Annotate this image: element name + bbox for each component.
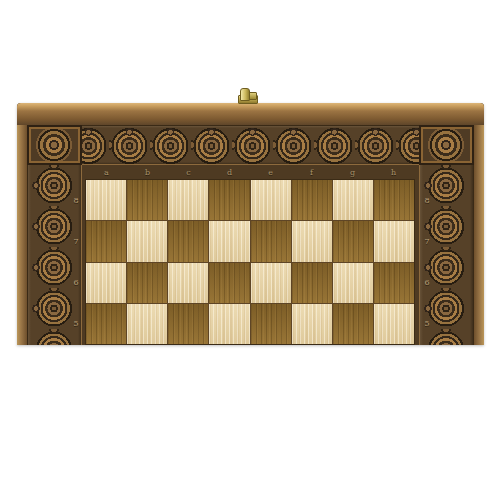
square-d5 xyxy=(209,304,249,344)
file-label-c: c xyxy=(168,165,209,180)
square-e7 xyxy=(251,221,291,261)
square-h7 xyxy=(374,221,414,261)
square-a6 xyxy=(86,263,126,303)
case-right-moulding xyxy=(474,125,484,345)
rank-coordinates-right: 8765 xyxy=(421,180,433,344)
square-f8 xyxy=(292,180,332,220)
square-g8 xyxy=(333,180,373,220)
rank-coordinates-left: 8765 xyxy=(70,180,82,344)
square-b7 xyxy=(127,221,167,261)
rank-label-left-5: 5 xyxy=(70,303,82,344)
file-label-b: b xyxy=(127,165,168,180)
square-d8 xyxy=(209,180,249,220)
rank-label-right-5: 5 xyxy=(421,303,433,344)
carved-wooden-chess-case: abcdefgh 8765 8765 xyxy=(17,103,484,345)
square-e6 xyxy=(251,263,291,303)
file-label-a: a xyxy=(86,165,127,180)
rank-label-left-8: 8 xyxy=(70,180,82,221)
file-label-f: f xyxy=(291,165,332,180)
square-a5 xyxy=(86,304,126,344)
rank-label-right-6: 6 xyxy=(421,262,433,303)
square-b6 xyxy=(127,263,167,303)
case-top-moulding xyxy=(17,103,484,125)
square-a8 xyxy=(86,180,126,220)
file-label-h: h xyxy=(373,165,414,180)
file-label-d: d xyxy=(209,165,250,180)
square-b8 xyxy=(127,180,167,220)
corner-rosette-top-left xyxy=(27,125,82,165)
square-f6 xyxy=(292,263,332,303)
chess-board xyxy=(86,180,414,344)
board-area: abcdefgh 8765 8765 xyxy=(82,165,419,345)
square-f5 xyxy=(292,304,332,344)
case-left-moulding xyxy=(17,125,27,345)
carved-border-top xyxy=(27,125,474,165)
square-d6 xyxy=(209,263,249,303)
rank-label-left-6: 6 xyxy=(70,262,82,303)
product-photo: abcdefgh 8765 8765 xyxy=(0,0,500,500)
rank-label-right-7: 7 xyxy=(421,221,433,262)
square-g7 xyxy=(333,221,373,261)
file-label-g: g xyxy=(332,165,373,180)
square-d7 xyxy=(209,221,249,261)
file-coordinates: abcdefgh xyxy=(86,165,414,180)
rank-label-right-8: 8 xyxy=(421,180,433,221)
square-h8 xyxy=(374,180,414,220)
square-c5 xyxy=(168,304,208,344)
rank-label-left-7: 7 xyxy=(70,221,82,262)
square-e5 xyxy=(251,304,291,344)
square-g6 xyxy=(333,263,373,303)
clasp-hook xyxy=(249,92,257,100)
square-c8 xyxy=(168,180,208,220)
square-e8 xyxy=(251,180,291,220)
square-c7 xyxy=(168,221,208,261)
corner-rosette-top-right xyxy=(419,125,474,165)
brass-clasp xyxy=(238,88,258,104)
square-f7 xyxy=(292,221,332,261)
square-g5 xyxy=(333,304,373,344)
square-h6 xyxy=(374,263,414,303)
square-h5 xyxy=(374,304,414,344)
file-label-e: e xyxy=(250,165,291,180)
square-b5 xyxy=(127,304,167,344)
square-a7 xyxy=(86,221,126,261)
square-c6 xyxy=(168,263,208,303)
